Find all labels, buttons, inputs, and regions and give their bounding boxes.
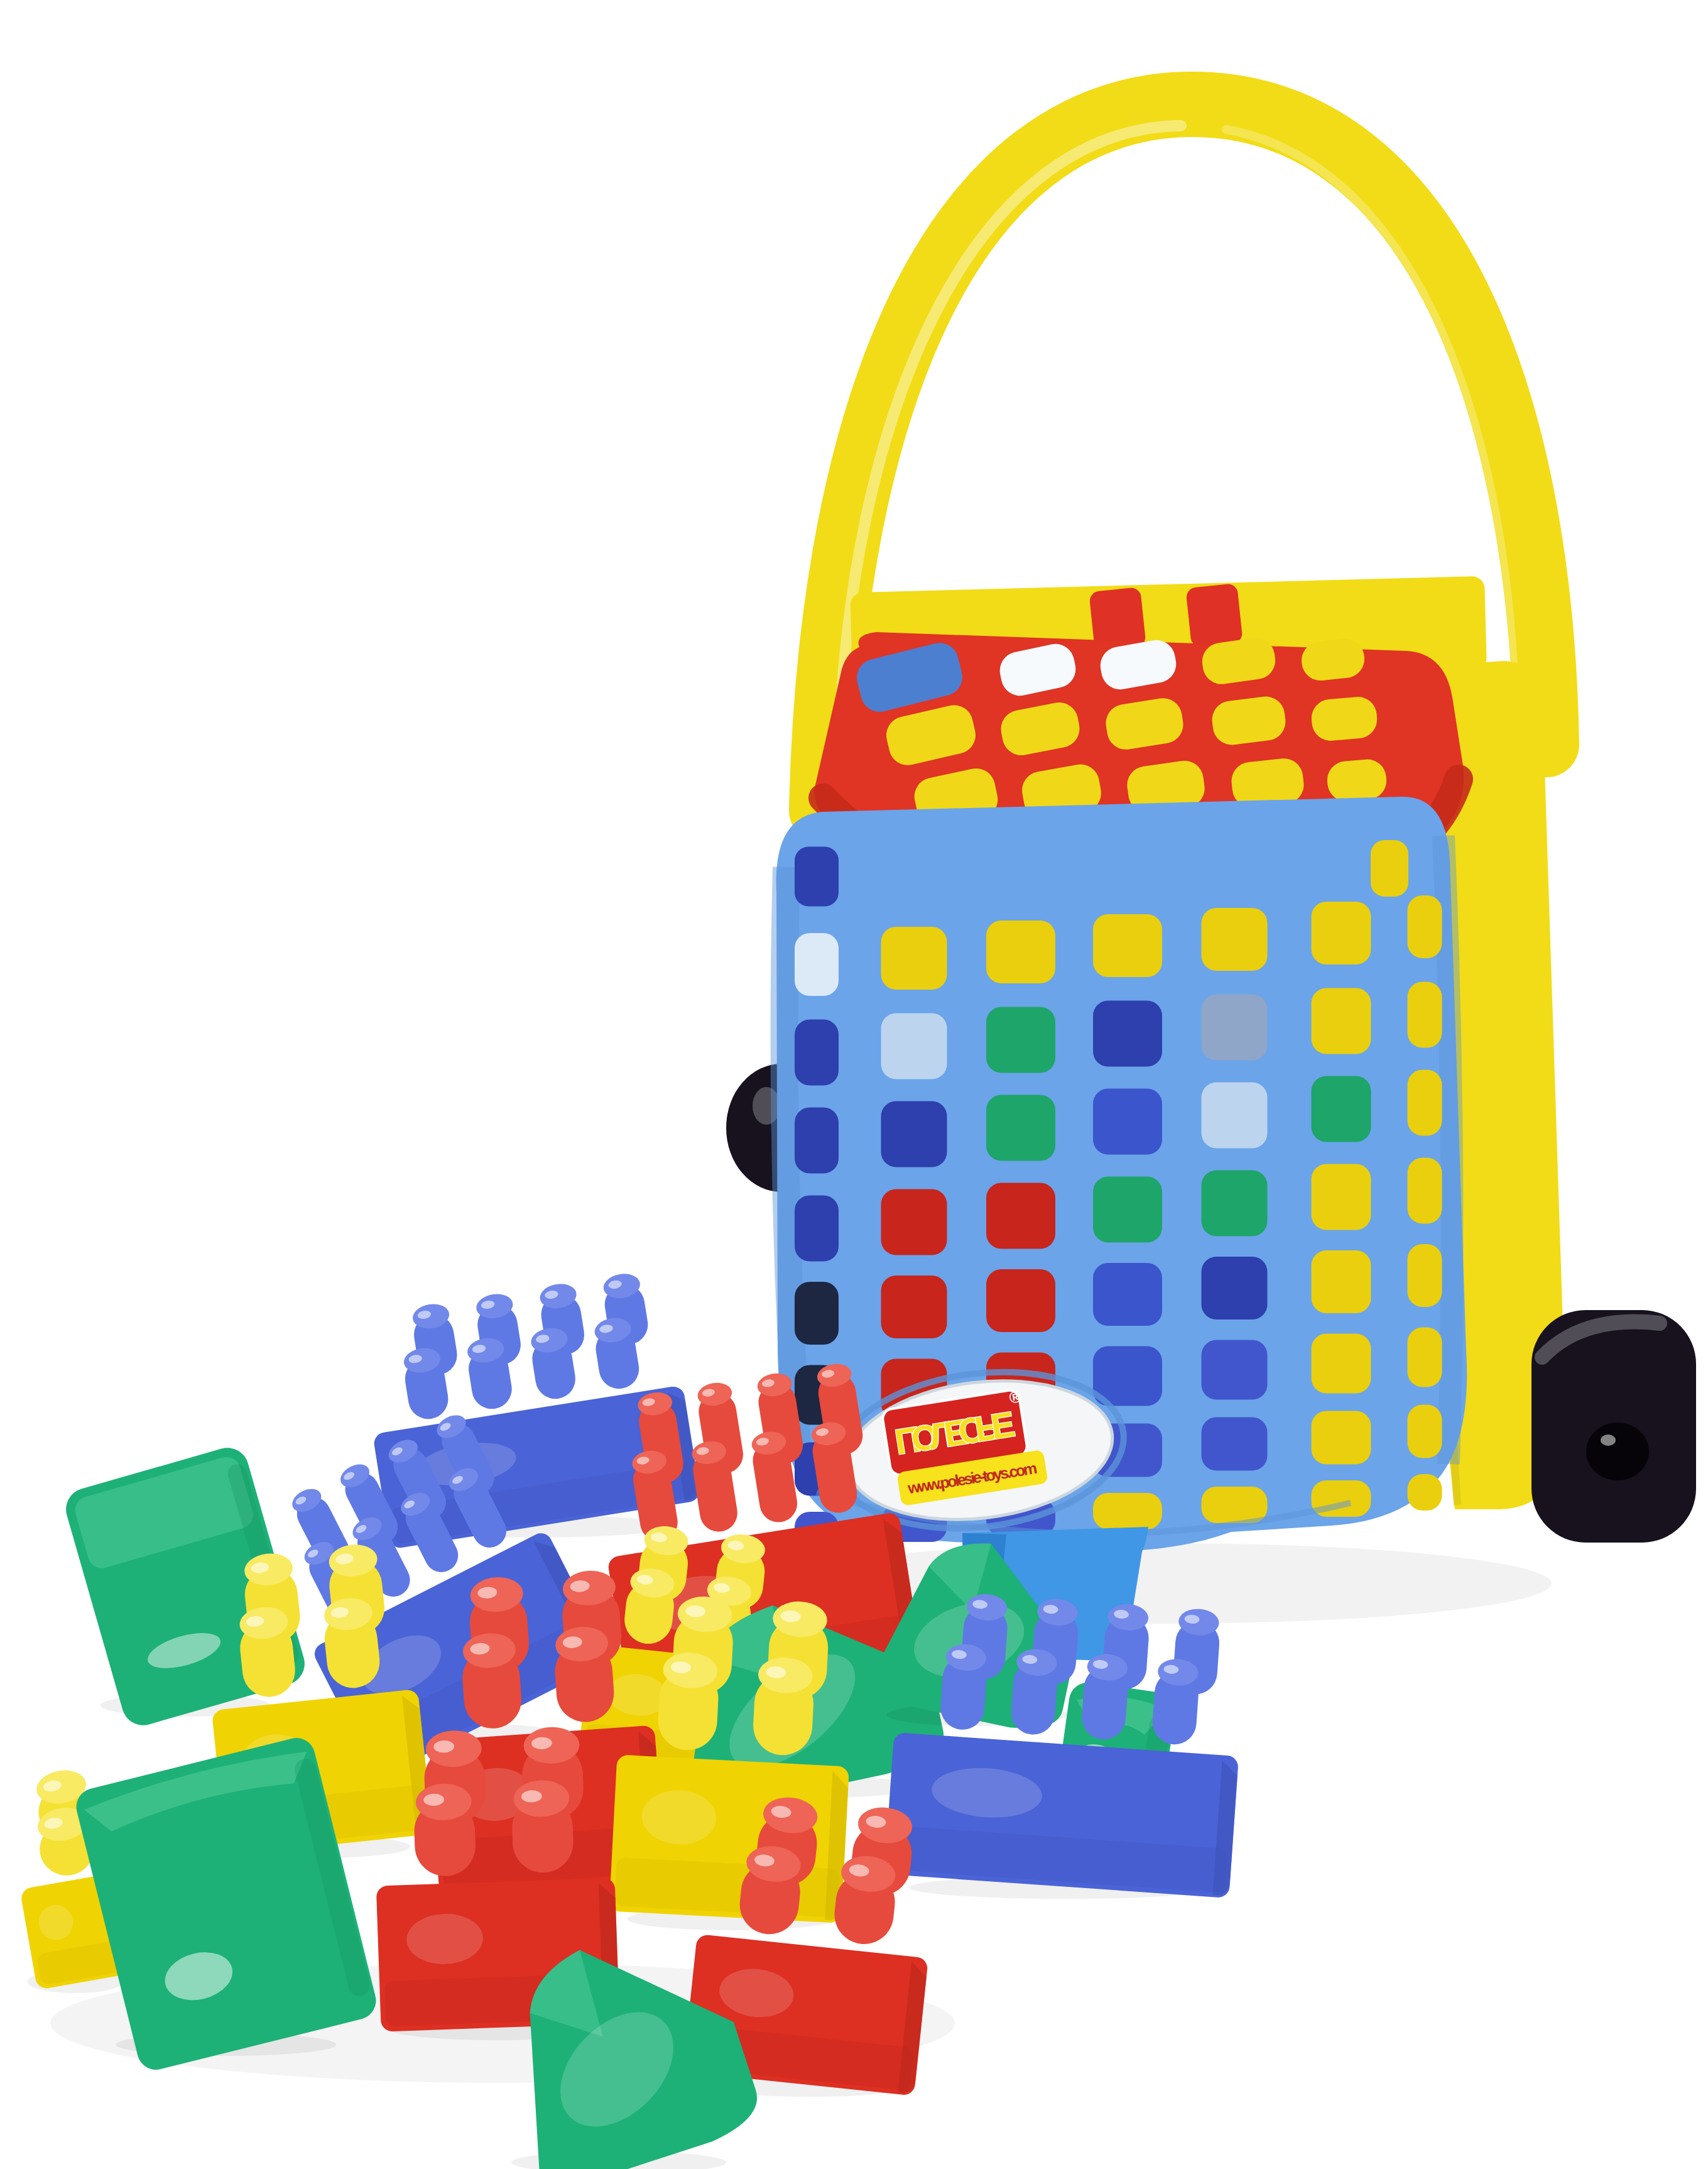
basket-hole-r3c3: [986, 1095, 1055, 1161]
basket-hole-r4c5: [1202, 1171, 1268, 1237]
basket-hole-r7c6: [1312, 1411, 1371, 1465]
basket-right-shade: [1444, 836, 1452, 1464]
basket-hole-r5c7: [1408, 1244, 1442, 1307]
basket-hole-r7c7: [1408, 1405, 1442, 1458]
basket-hole-r2c3: [986, 1007, 1055, 1073]
basket-hole-r5c1: [795, 1282, 839, 1345]
basket-hole-r5c3: [986, 1269, 1055, 1332]
basket-hole-r3c2: [881, 1101, 947, 1167]
basket-hole-r1c4: [1093, 914, 1162, 977]
basket-hole-r4c3: [986, 1183, 1055, 1249]
basket-hole-r4c7: [1408, 1158, 1442, 1224]
toy-trolley: ПОЛЕСЬЕ®www.polesie-toys.com: [726, 104, 1696, 1661]
basket-hole-top-1: [795, 847, 839, 907]
basket-hole-r3c7: [1408, 1070, 1442, 1136]
basket-hole-r6c7: [1408, 1328, 1442, 1387]
basket-hole-r6c6: [1312, 1334, 1371, 1394]
basket-hole-top-2: [1371, 840, 1408, 897]
basket-hole-r2c7: [1408, 982, 1442, 1048]
basket-hole-r3c6: [1312, 1076, 1371, 1142]
basket-hole-r8c5: [1202, 1487, 1268, 1523]
basket-hole-r5c4: [1093, 1263, 1162, 1326]
lid-hole-10: [1310, 696, 1378, 743]
scene-svg: ПОЛЕСЬЕ®www.polesie-toys.com: [0, 0, 1708, 2169]
basket-hole-r3c5: [1202, 1083, 1268, 1149]
basket-hole-r1c3: [986, 921, 1055, 983]
basket-hole-r5c2: [881, 1276, 947, 1338]
basket-hole-r7c5: [1202, 1418, 1268, 1471]
wheel-right: [1531, 1310, 1696, 1543]
basket-hole-r5c5: [1202, 1257, 1268, 1319]
basket-hole-r2c4: [1093, 1001, 1162, 1067]
basket-hole-r1c6: [1312, 902, 1371, 964]
basket-hole-r4c6: [1312, 1164, 1371, 1230]
wheel-right-hub: [1586, 1423, 1649, 1480]
basket-hole-r8c4: [1093, 1493, 1162, 1529]
basket-hole-r1c1: [795, 933, 839, 996]
basket-hole-r2c1: [795, 1020, 839, 1086]
basket-hole-r4c4: [1093, 1177, 1162, 1243]
basket-hole-r1c7: [1408, 895, 1442, 958]
basket-hole-r2c5: [1202, 995, 1268, 1061]
basket-hole-r2c6: [1312, 988, 1371, 1054]
basket-hole-r2c2: [881, 1013, 947, 1079]
lid-clip-right: [1185, 583, 1243, 648]
basket-hole-r3c1: [795, 1108, 839, 1174]
basket-hole-r8c7: [1408, 1474, 1442, 1511]
basket-hole-r1c2: [881, 927, 947, 990]
basket-hole-r4c2: [881, 1189, 947, 1255]
basket-hole-r4c1: [795, 1196, 839, 1262]
basket-hole-r5c6: [1312, 1250, 1371, 1313]
basket-hole-r1c5: [1202, 908, 1268, 971]
product-photo: ПОЛЕСЬЕ®www.polesie-toys.com: [0, 0, 1708, 2169]
basket-hole-r6c5: [1202, 1340, 1268, 1400]
basket-hole-r3c4: [1093, 1089, 1162, 1155]
